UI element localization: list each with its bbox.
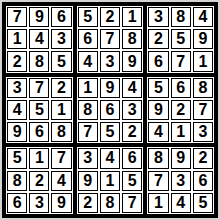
sudoku-cell-r2c6[interactable]: 8 xyxy=(122,29,142,49)
sudoku-cell-r1c4[interactable]: 5 xyxy=(78,7,98,27)
sudoku-cell-r4c6[interactable]: 4 xyxy=(122,78,142,98)
sudoku-cell-r6c5[interactable]: 5 xyxy=(100,122,120,142)
sudoku-cell-r3c3[interactable]: 5 xyxy=(51,51,71,71)
sudoku-cell-r5c1[interactable]: 4 xyxy=(7,100,27,120)
sudoku-box: 568927413 xyxy=(147,77,214,144)
sudoku-cell-r6c6[interactable]: 2 xyxy=(122,122,142,142)
sudoku-cell-r4c7[interactable]: 5 xyxy=(148,78,168,98)
sudoku-page: 7961432855216784393842596713724519681948… xyxy=(0,0,220,220)
sudoku-cell-r7c5[interactable]: 4 xyxy=(100,148,120,168)
sudoku-box: 346915287 xyxy=(77,147,144,214)
sudoku-cell-r7c2[interactable]: 1 xyxy=(29,148,49,168)
sudoku-cell-r3c7[interactable]: 6 xyxy=(148,51,168,71)
sudoku-cell-r1c6[interactable]: 1 xyxy=(122,7,142,27)
sudoku-cell-r2c9[interactable]: 9 xyxy=(193,29,213,49)
sudoku-cell-r4c2[interactable]: 7 xyxy=(29,78,49,98)
sudoku-cell-r6c4[interactable]: 7 xyxy=(78,122,98,142)
sudoku-cell-r6c8[interactable]: 1 xyxy=(171,122,191,142)
sudoku-cell-r6c2[interactable]: 6 xyxy=(29,122,49,142)
sudoku-box: 517824639 xyxy=(6,147,73,214)
sudoku-cell-r6c3[interactable]: 8 xyxy=(51,122,71,142)
sudoku-cell-r9c8[interactable]: 4 xyxy=(171,193,191,213)
sudoku-cell-r9c9[interactable]: 5 xyxy=(193,193,213,213)
sudoku-cell-r9c1[interactable]: 6 xyxy=(7,193,27,213)
sudoku-box: 521678439 xyxy=(77,6,144,73)
sudoku-cell-r1c2[interactable]: 9 xyxy=(29,7,49,27)
sudoku-cell-r8c8[interactable]: 3 xyxy=(171,171,191,191)
sudoku-cell-r2c1[interactable]: 1 xyxy=(7,29,27,49)
sudoku-cell-r8c2[interactable]: 2 xyxy=(29,171,49,191)
sudoku-cell-r7c7[interactable]: 8 xyxy=(148,148,168,168)
sudoku-cell-r2c2[interactable]: 4 xyxy=(29,29,49,49)
sudoku-cell-r3c9[interactable]: 1 xyxy=(193,51,213,71)
sudoku-cell-r4c4[interactable]: 1 xyxy=(78,78,98,98)
sudoku-cell-r3c6[interactable]: 9 xyxy=(122,51,142,71)
sudoku-cell-r2c8[interactable]: 5 xyxy=(171,29,191,49)
sudoku-cell-r8c4[interactable]: 9 xyxy=(78,171,98,191)
sudoku-cell-r1c7[interactable]: 3 xyxy=(148,7,168,27)
sudoku-cell-r7c3[interactable]: 7 xyxy=(51,148,71,168)
sudoku-cell-r5c7[interactable]: 9 xyxy=(148,100,168,120)
sudoku-cell-r5c3[interactable]: 1 xyxy=(51,100,71,120)
sudoku-cell-r1c1[interactable]: 7 xyxy=(7,7,27,27)
sudoku-cell-r5c4[interactable]: 8 xyxy=(78,100,98,120)
sudoku-cell-r5c2[interactable]: 5 xyxy=(29,100,49,120)
sudoku-cell-r1c9[interactable]: 4 xyxy=(193,7,213,27)
sudoku-box: 796143285 xyxy=(6,6,73,73)
sudoku-cell-r8c7[interactable]: 7 xyxy=(148,171,168,191)
sudoku-box: 372451968 xyxy=(6,77,73,144)
sudoku-cell-r8c1[interactable]: 8 xyxy=(7,171,27,191)
sudoku-cell-r3c4[interactable]: 4 xyxy=(78,51,98,71)
sudoku-cell-r4c1[interactable]: 3 xyxy=(7,78,27,98)
sudoku-cell-r9c7[interactable]: 1 xyxy=(148,193,168,213)
sudoku-cell-r8c6[interactable]: 5 xyxy=(122,171,142,191)
sudoku-cell-r6c1[interactable]: 9 xyxy=(7,122,27,142)
sudoku-cell-r3c1[interactable]: 2 xyxy=(7,51,27,71)
sudoku-cell-r4c3[interactable]: 2 xyxy=(51,78,71,98)
sudoku-cell-r7c9[interactable]: 2 xyxy=(193,148,213,168)
sudoku-cell-r4c9[interactable]: 8 xyxy=(193,78,213,98)
sudoku-cell-r2c3[interactable]: 3 xyxy=(51,29,71,49)
sudoku-cell-r8c5[interactable]: 1 xyxy=(100,171,120,191)
sudoku-cell-r3c8[interactable]: 7 xyxy=(171,51,191,71)
sudoku-cell-r2c4[interactable]: 6 xyxy=(78,29,98,49)
sudoku-cell-r3c5[interactable]: 3 xyxy=(100,51,120,71)
sudoku-cell-r1c5[interactable]: 2 xyxy=(100,7,120,27)
sudoku-box: 194863752 xyxy=(77,77,144,144)
sudoku-cell-r3c2[interactable]: 8 xyxy=(29,51,49,71)
sudoku-cell-r2c5[interactable]: 7 xyxy=(100,29,120,49)
sudoku-cell-r5c5[interactable]: 6 xyxy=(100,100,120,120)
sudoku-box: 384259671 xyxy=(147,6,214,73)
sudoku-cell-r9c4[interactable]: 2 xyxy=(78,193,98,213)
sudoku-cell-r7c4[interactable]: 3 xyxy=(78,148,98,168)
sudoku-cell-r8c9[interactable]: 6 xyxy=(193,171,213,191)
sudoku-cell-r4c5[interactable]: 9 xyxy=(100,78,120,98)
sudoku-cell-r1c8[interactable]: 8 xyxy=(171,7,191,27)
sudoku-cell-r9c6[interactable]: 7 xyxy=(122,193,142,213)
sudoku-cell-r5c8[interactable]: 2 xyxy=(171,100,191,120)
sudoku-cell-r6c9[interactable]: 3 xyxy=(193,122,213,142)
sudoku-cell-r4c8[interactable]: 6 xyxy=(171,78,191,98)
sudoku-cell-r2c7[interactable]: 2 xyxy=(148,29,168,49)
sudoku-cell-r9c3[interactable]: 9 xyxy=(51,193,71,213)
sudoku-box: 892736145 xyxy=(147,147,214,214)
sudoku-cell-r6c7[interactable]: 4 xyxy=(148,122,168,142)
sudoku-cell-r7c1[interactable]: 5 xyxy=(7,148,27,168)
sudoku-cell-r5c9[interactable]: 7 xyxy=(193,100,213,120)
sudoku-cell-r8c3[interactable]: 4 xyxy=(51,171,71,191)
sudoku-cell-r1c3[interactable]: 6 xyxy=(51,7,71,27)
sudoku-cell-r5c6[interactable]: 3 xyxy=(122,100,142,120)
sudoku-board: 7961432855216784393842596713724519681948… xyxy=(2,2,218,218)
sudoku-cell-r9c5[interactable]: 8 xyxy=(100,193,120,213)
sudoku-cell-r7c8[interactable]: 9 xyxy=(171,148,191,168)
sudoku-cell-r9c2[interactable]: 3 xyxy=(29,193,49,213)
sudoku-cell-r7c6[interactable]: 6 xyxy=(122,148,142,168)
